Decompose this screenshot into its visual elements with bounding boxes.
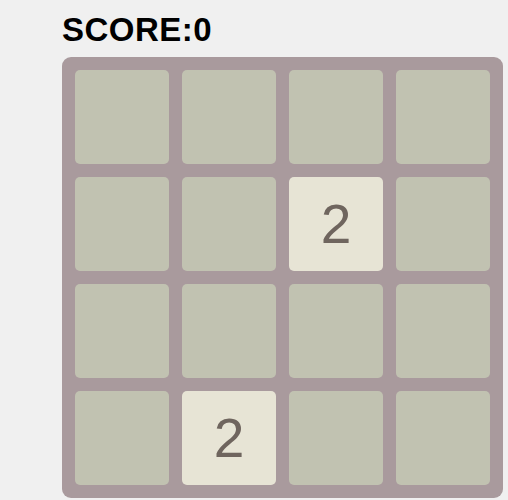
board-cell: [75, 391, 169, 485]
board-cell: [396, 391, 490, 485]
tile-2: 2: [182, 391, 276, 485]
board-cell: [75, 177, 169, 271]
board-cell: [182, 177, 276, 271]
board-cell: [289, 70, 383, 164]
board-cell: [182, 70, 276, 164]
board-cell: [289, 284, 383, 378]
board-cell: [182, 284, 276, 378]
board-cell: [396, 70, 490, 164]
score-label: SCORE:: [62, 11, 193, 48]
tile-2: 2: [289, 177, 383, 271]
page: SCORE:0 22: [0, 0, 508, 500]
game-board[interactable]: 22: [62, 57, 503, 498]
score-value: 0: [193, 11, 212, 48]
board-cell: [396, 177, 490, 271]
board-cell: [75, 284, 169, 378]
score-display: SCORE:0: [62, 11, 212, 49]
board-cell: [75, 70, 169, 164]
board-cell: [289, 391, 383, 485]
board-cell: [396, 284, 490, 378]
